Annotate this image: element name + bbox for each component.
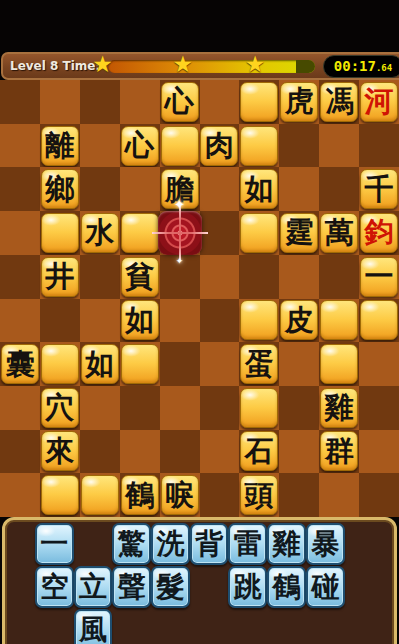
board-cell: 馮 bbox=[319, 80, 359, 124]
board-cell: 石 bbox=[239, 430, 279, 474]
tray-slot bbox=[228, 608, 267, 644]
board-character-tile: 馮 bbox=[320, 82, 358, 122]
board-cell bbox=[279, 124, 319, 168]
tray-character-tile[interactable]: 鶴 bbox=[267, 566, 306, 608]
board-cell bbox=[359, 386, 399, 430]
board-cell bbox=[80, 430, 120, 474]
board-cell: 鄉 bbox=[40, 167, 80, 211]
tray-character-tile[interactable]: 跳 bbox=[228, 566, 267, 608]
tray-character-tile[interactable]: 空 bbox=[35, 566, 74, 608]
board-cell: 如 bbox=[239, 167, 279, 211]
board-character-tile: 一 bbox=[360, 257, 398, 297]
board-cell: 心 bbox=[120, 124, 160, 168]
board-cell bbox=[0, 80, 40, 124]
board-cell bbox=[359, 430, 399, 474]
board-character-tile: 鄉 bbox=[41, 169, 79, 209]
target-reticle-icon[interactable]: ✦✦ bbox=[158, 211, 202, 255]
board-cell bbox=[319, 473, 359, 517]
tray-slot bbox=[190, 608, 229, 644]
board-character-tile: 如 bbox=[121, 300, 159, 340]
time-progress-bar: ★ ★ ★ bbox=[108, 60, 315, 73]
tray-character-tile[interactable]: 雞 bbox=[267, 523, 306, 565]
tray-character-tile[interactable]: 聲 bbox=[112, 566, 151, 608]
board-cell bbox=[0, 473, 40, 517]
board-character-tile: 霆 bbox=[280, 213, 318, 253]
timer-value: 00:17 bbox=[334, 56, 376, 76]
timer-fraction: .64 bbox=[376, 63, 392, 73]
board-cell bbox=[80, 167, 120, 211]
board-character-tile: 石 bbox=[240, 431, 278, 471]
board-cell bbox=[319, 124, 359, 168]
sparkle-icon: ✦ bbox=[174, 198, 185, 211]
board-cell bbox=[80, 124, 120, 168]
board-character-tile: 河 bbox=[360, 82, 398, 122]
board-cell bbox=[40, 80, 80, 124]
board-cell: 鶴 bbox=[120, 473, 160, 517]
board-character-tile: 離 bbox=[41, 126, 79, 166]
board-cell: 一 bbox=[359, 255, 399, 299]
tray-slot: 碰 bbox=[306, 565, 345, 608]
board-cell bbox=[120, 386, 160, 430]
board-cell: 蛋 bbox=[239, 342, 279, 386]
tray-slot: 洗 bbox=[151, 522, 190, 565]
tray-slot bbox=[112, 608, 151, 644]
board-cell: 貧 bbox=[120, 255, 160, 299]
tray-slot: 風 bbox=[74, 608, 113, 644]
board-cell: 肉 bbox=[200, 124, 240, 168]
board-cell bbox=[0, 167, 40, 211]
board-character-tile: 心 bbox=[121, 126, 159, 166]
tray-slot bbox=[267, 608, 306, 644]
board-cell: 群 bbox=[319, 430, 359, 474]
board-empty-slot-tile[interactable] bbox=[320, 300, 358, 340]
board-cell bbox=[319, 255, 359, 299]
board-character-tile: 群 bbox=[320, 431, 358, 471]
tray-slot bbox=[74, 522, 113, 565]
board-cell bbox=[0, 124, 40, 168]
board-cell bbox=[239, 386, 279, 430]
board-cell bbox=[319, 299, 359, 343]
board-cell bbox=[319, 342, 359, 386]
tray-character-tile[interactable]: 風 bbox=[74, 609, 113, 644]
board-cell bbox=[239, 211, 279, 255]
board-cell bbox=[319, 167, 359, 211]
timer-display: 00:17 .64 bbox=[323, 55, 399, 78]
board-cell bbox=[40, 299, 80, 343]
board-cell bbox=[200, 299, 240, 343]
board: 心虎馮河離心肉鄉膽如千水霆萬鈞井貧一如皮囊如蛋穴雞來石群鶴唳頭✦✦ bbox=[0, 80, 399, 517]
tray-slot: 暴 bbox=[306, 522, 345, 565]
game-screen: Level 8 Time: ★ ★ ★ 00:17 .64 心虎馮河離心肉鄉膽如… bbox=[0, 0, 399, 644]
tray-slot bbox=[306, 608, 345, 644]
board-empty-slot-tile[interactable] bbox=[240, 82, 278, 122]
board-cell bbox=[239, 255, 279, 299]
tray-slot: 髮 bbox=[151, 565, 190, 608]
tray-slot: 雞 bbox=[267, 522, 306, 565]
board-empty-slot-tile[interactable] bbox=[360, 300, 398, 340]
board-cell bbox=[239, 299, 279, 343]
board-cell: 水 bbox=[80, 211, 120, 255]
board-cell bbox=[359, 473, 399, 517]
board-cell: 千 bbox=[359, 167, 399, 211]
board-character-tile: 肉 bbox=[200, 126, 238, 166]
board-cell bbox=[279, 167, 319, 211]
board-cell bbox=[160, 299, 200, 343]
board-cell bbox=[0, 299, 40, 343]
board-cell: 頭 bbox=[239, 473, 279, 517]
progress-bar-end-segment bbox=[296, 60, 315, 73]
star-icon: ★ bbox=[92, 53, 113, 76]
tray-character-tile[interactable]: 雷 bbox=[228, 523, 267, 565]
board-cell bbox=[40, 211, 80, 255]
letter-tray: 一驚洗背雷雞暴空立聲髮跳鶴碰風 bbox=[2, 517, 397, 644]
board-cell bbox=[200, 342, 240, 386]
board-cell bbox=[160, 386, 200, 430]
board-cell bbox=[80, 473, 120, 517]
board-character-tile: 來 bbox=[41, 431, 79, 471]
board-cell bbox=[160, 342, 200, 386]
board-cell bbox=[80, 386, 120, 430]
board-cell: 皮 bbox=[279, 299, 319, 343]
tray-slot bbox=[151, 608, 190, 644]
tray-slot: 一 bbox=[35, 522, 74, 565]
tray-slot: 立 bbox=[74, 565, 113, 608]
tray-slot: 跳 bbox=[228, 565, 267, 608]
board-cell bbox=[80, 255, 120, 299]
board-cell: 井 bbox=[40, 255, 80, 299]
board-cell bbox=[200, 167, 240, 211]
level-timer-label: Level 8 Time: bbox=[10, 59, 100, 73]
board-cell: 穴 bbox=[40, 386, 80, 430]
board-cell: 唳 bbox=[160, 473, 200, 517]
board-cell: 霆 bbox=[279, 211, 319, 255]
board-cell bbox=[120, 342, 160, 386]
board-cell bbox=[40, 473, 80, 517]
board-character-tile: 貧 bbox=[121, 257, 159, 297]
board-empty-slot-tile[interactable] bbox=[41, 213, 79, 253]
tray-character-tile[interactable]: 立 bbox=[74, 566, 113, 608]
board-cell: 河 bbox=[359, 80, 399, 124]
board-cell bbox=[359, 124, 399, 168]
board-cell bbox=[40, 342, 80, 386]
board-character-tile: 鶴 bbox=[121, 475, 159, 515]
board-cell bbox=[0, 255, 40, 299]
board-character-tile: 頭 bbox=[240, 475, 278, 515]
tray-character-tile[interactable]: 洗 bbox=[151, 523, 190, 565]
board-cell bbox=[279, 386, 319, 430]
tray-slot: 空 bbox=[35, 565, 74, 608]
board-cell bbox=[160, 124, 200, 168]
star-icon: ★ bbox=[172, 53, 193, 76]
board-character-tile: 囊 bbox=[1, 344, 39, 384]
board-character-tile: 如 bbox=[81, 344, 119, 384]
board-empty-slot-tile[interactable] bbox=[320, 344, 358, 384]
board-cell bbox=[279, 342, 319, 386]
board-character-tile: 穴 bbox=[41, 388, 79, 428]
board-cell bbox=[120, 430, 160, 474]
board-cell bbox=[359, 342, 399, 386]
board-empty-slot-tile[interactable] bbox=[240, 300, 278, 340]
board-cell bbox=[239, 80, 279, 124]
board-cell bbox=[200, 255, 240, 299]
board-cell bbox=[200, 386, 240, 430]
board-cell bbox=[0, 430, 40, 474]
board-character-tile: 皮 bbox=[280, 300, 318, 340]
board-cell: 萬 bbox=[319, 211, 359, 255]
board-empty-slot-tile[interactable] bbox=[41, 475, 79, 515]
board-cell bbox=[80, 299, 120, 343]
board-character-tile: 蛋 bbox=[240, 344, 278, 384]
tray-character-tile[interactable]: 驚 bbox=[112, 523, 151, 565]
tray-slot: 聲 bbox=[112, 565, 151, 608]
board-empty-slot-tile[interactable] bbox=[240, 388, 278, 428]
board-cell: 囊 bbox=[0, 342, 40, 386]
board-cell bbox=[200, 473, 240, 517]
board-cell bbox=[200, 80, 240, 124]
board-character-tile: 千 bbox=[360, 169, 398, 209]
board-empty-slot-tile[interactable] bbox=[81, 475, 119, 515]
board-cell bbox=[120, 167, 160, 211]
board-character-tile: 鈞 bbox=[360, 213, 398, 253]
board-cell: 鈞 bbox=[359, 211, 399, 255]
board-empty-slot-tile[interactable] bbox=[121, 344, 159, 384]
board-character-tile: 如 bbox=[240, 169, 278, 209]
board-character-tile: 雞 bbox=[320, 388, 358, 428]
board-cell: 離 bbox=[40, 124, 80, 168]
board-cell bbox=[359, 299, 399, 343]
tray-character-tile[interactable]: 一 bbox=[35, 523, 74, 565]
tray-grid: 一驚洗背雷雞暴空立聲髮跳鶴碰風 bbox=[35, 522, 345, 644]
board-empty-slot-tile[interactable] bbox=[240, 213, 278, 253]
board-cell bbox=[80, 80, 120, 124]
tray-slot bbox=[35, 608, 74, 644]
star-icon: ★ bbox=[245, 53, 266, 76]
board-cell bbox=[239, 124, 279, 168]
board-character-tile: 井 bbox=[41, 257, 79, 297]
board-cell: 雞 bbox=[319, 386, 359, 430]
board-cell bbox=[160, 430, 200, 474]
board-cell bbox=[120, 80, 160, 124]
board-cell: 如 bbox=[80, 342, 120, 386]
board-cell bbox=[0, 386, 40, 430]
tray-slot: 鶴 bbox=[267, 565, 306, 608]
board-cell: 虎 bbox=[279, 80, 319, 124]
board-cell: 心 bbox=[160, 80, 200, 124]
tray-character-tile[interactable]: 暴 bbox=[306, 523, 345, 565]
tray-character-tile[interactable]: 髮 bbox=[151, 566, 190, 608]
board-cell bbox=[200, 430, 240, 474]
board-cell: 來 bbox=[40, 430, 80, 474]
tray-slot: 雷 bbox=[228, 522, 267, 565]
board-character-tile: 唳 bbox=[161, 475, 199, 515]
tray-slot: 驚 bbox=[112, 522, 151, 565]
board-cell bbox=[279, 430, 319, 474]
board-character-tile: 萬 bbox=[320, 213, 358, 253]
board-cell bbox=[0, 211, 40, 255]
board-empty-slot-tile[interactable] bbox=[161, 126, 199, 166]
board-cell bbox=[279, 255, 319, 299]
tray-character-tile[interactable]: 碰 bbox=[306, 566, 345, 608]
board-character-tile: 虎 bbox=[280, 82, 318, 122]
tray-slot: 背 bbox=[190, 522, 229, 565]
board-empty-slot-tile[interactable] bbox=[41, 344, 79, 384]
tray-slot bbox=[190, 565, 229, 608]
board-cell bbox=[279, 473, 319, 517]
board-cell: 如 bbox=[120, 299, 160, 343]
board-character-tile: 水 bbox=[81, 213, 119, 253]
board-empty-slot-tile[interactable] bbox=[240, 126, 278, 166]
tray-character-tile[interactable]: 背 bbox=[190, 523, 229, 565]
hud-bar: Level 8 Time: ★ ★ ★ 00:17 .64 bbox=[1, 52, 399, 80]
sparkle-icon: ✦ bbox=[176, 257, 184, 266]
board-character-tile: 心 bbox=[161, 82, 199, 122]
